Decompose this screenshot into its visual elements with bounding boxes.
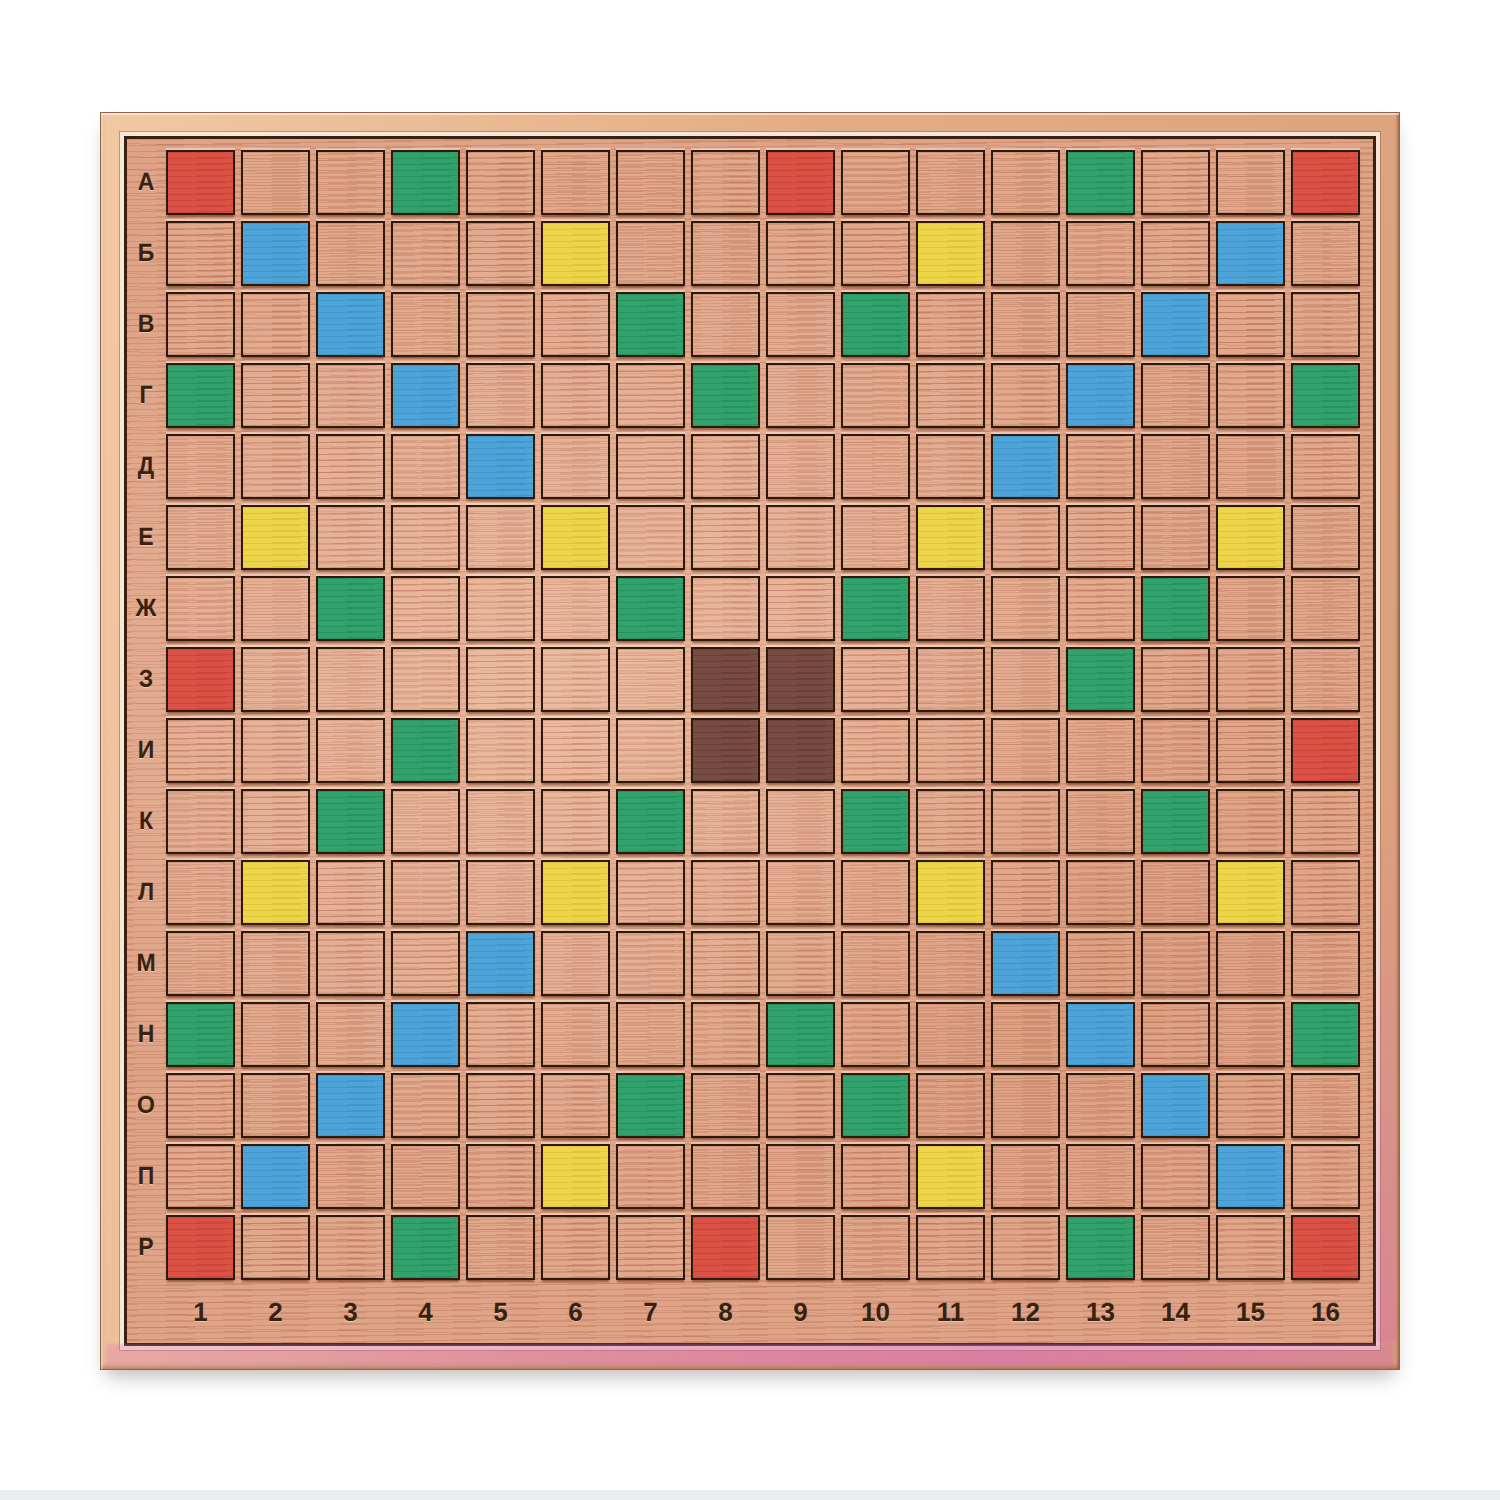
board-cell[interactable] — [1063, 644, 1138, 715]
board-cell[interactable] — [238, 999, 313, 1070]
board-cell[interactable] — [1063, 502, 1138, 573]
board-cell[interactable] — [988, 1141, 1063, 1212]
board-cell[interactable] — [1213, 786, 1288, 857]
board-cell[interactable] — [1213, 289, 1288, 360]
board-cell[interactable] — [688, 928, 763, 999]
plain-square — [766, 292, 835, 357]
board-cell[interactable] — [538, 147, 613, 218]
board-cell[interactable] — [763, 289, 838, 360]
board-cell[interactable] — [838, 857, 913, 928]
board-cell[interactable] — [463, 147, 538, 218]
board-cell[interactable] — [463, 289, 538, 360]
board-cell[interactable] — [163, 502, 238, 573]
board-cell[interactable] — [913, 857, 988, 928]
board-cell[interactable] — [238, 573, 313, 644]
board-cell[interactable] — [538, 715, 613, 786]
board-cell[interactable] — [1138, 1070, 1213, 1141]
board-cell[interactable] — [763, 999, 838, 1070]
board-cell[interactable] — [913, 502, 988, 573]
board-cell[interactable] — [1213, 431, 1288, 502]
board-cell[interactable] — [838, 1070, 913, 1141]
board-cell[interactable] — [763, 573, 838, 644]
plain-square — [766, 434, 835, 499]
board-cell[interactable] — [463, 644, 538, 715]
board-cell[interactable] — [688, 786, 763, 857]
plain-square — [316, 860, 385, 925]
board-cell[interactable] — [163, 644, 238, 715]
board-cell[interactable] — [238, 360, 313, 431]
board-cell[interactable] — [1138, 786, 1213, 857]
board-cell[interactable] — [1288, 1141, 1363, 1212]
board-cell[interactable] — [388, 715, 463, 786]
plain-square — [541, 292, 610, 357]
board-cell[interactable] — [1138, 218, 1213, 289]
premium-square — [391, 150, 460, 215]
board-cell[interactable] — [613, 573, 688, 644]
premium-square — [766, 1002, 835, 1067]
board-cell[interactable] — [388, 289, 463, 360]
board-cell[interactable] — [538, 1212, 613, 1283]
board-cell[interactable] — [238, 1070, 313, 1141]
board-cell[interactable] — [688, 999, 763, 1070]
board-cell[interactable] — [1213, 218, 1288, 289]
board-cell[interactable] — [1063, 289, 1138, 360]
board-cell[interactable] — [538, 218, 613, 289]
board-cell[interactable] — [763, 360, 838, 431]
board-cell[interactable] — [913, 289, 988, 360]
board-cell[interactable] — [838, 502, 913, 573]
board-cell[interactable] — [613, 502, 688, 573]
board-cell[interactable] — [1288, 502, 1363, 573]
board-cell[interactable] — [388, 360, 463, 431]
board-cell[interactable] — [463, 573, 538, 644]
board-cell[interactable] — [1213, 1141, 1288, 1212]
board-cell[interactable] — [1288, 999, 1363, 1070]
plain-square — [991, 718, 1060, 783]
board-cell[interactable] — [1138, 1212, 1213, 1283]
board-cell[interactable] — [688, 573, 763, 644]
plain-square — [991, 221, 1060, 286]
board-cell[interactable] — [688, 1141, 763, 1212]
board-cell[interactable] — [238, 289, 313, 360]
board-cell[interactable] — [163, 573, 238, 644]
board-cell[interactable] — [1213, 715, 1288, 786]
board-cell[interactable] — [538, 1141, 613, 1212]
board-cell[interactable] — [763, 715, 838, 786]
board-cell[interactable] — [913, 431, 988, 502]
board-cell[interactable] — [1213, 502, 1288, 573]
board-cell[interactable] — [763, 147, 838, 218]
board-cell[interactable] — [913, 715, 988, 786]
board-cell[interactable] — [1063, 1141, 1138, 1212]
board-cell[interactable] — [988, 431, 1063, 502]
col-label: 5 — [463, 1283, 538, 1335]
board-cell[interactable] — [313, 1212, 388, 1283]
board-cell[interactable] — [763, 928, 838, 999]
board-cell[interactable] — [913, 1141, 988, 1212]
board-cell[interactable] — [838, 573, 913, 644]
board-cell[interactable] — [313, 360, 388, 431]
row-label: В — [129, 289, 163, 360]
board-cell[interactable] — [763, 218, 838, 289]
board-cell[interactable] — [313, 786, 388, 857]
board-cell[interactable] — [1063, 360, 1138, 431]
board-cell[interactable] — [388, 147, 463, 218]
board-cell[interactable] — [1213, 999, 1288, 1070]
premium-square — [166, 1215, 235, 1280]
board-cell[interactable] — [238, 786, 313, 857]
row-label: О — [129, 1070, 163, 1141]
board-cell[interactable] — [688, 644, 763, 715]
board-cell[interactable] — [838, 644, 913, 715]
board-cell[interactable] — [838, 786, 913, 857]
board-cell[interactable] — [1213, 1212, 1288, 1283]
board-cell[interactable] — [688, 289, 763, 360]
board-cell[interactable] — [163, 1070, 238, 1141]
board-cell[interactable] — [1288, 431, 1363, 502]
board-cell[interactable] — [238, 715, 313, 786]
board-cell[interactable] — [538, 786, 613, 857]
board-cell[interactable] — [1213, 644, 1288, 715]
board-cell[interactable] — [388, 857, 463, 928]
board-cell[interactable] — [238, 431, 313, 502]
board-cell[interactable] — [313, 1070, 388, 1141]
board-cell[interactable] — [238, 1141, 313, 1212]
board-cell[interactable] — [163, 360, 238, 431]
board-cell[interactable] — [988, 502, 1063, 573]
board-cell[interactable] — [613, 360, 688, 431]
board-cell[interactable] — [763, 1141, 838, 1212]
board-cell[interactable] — [763, 1070, 838, 1141]
plain-square — [1291, 1144, 1360, 1209]
plain-square — [166, 789, 235, 854]
board-cell[interactable] — [313, 857, 388, 928]
board-cell[interactable] — [838, 289, 913, 360]
plain-square — [241, 292, 310, 357]
board-cell[interactable] — [1288, 218, 1363, 289]
board-cell[interactable] — [1138, 1141, 1213, 1212]
board-cell[interactable] — [163, 715, 238, 786]
board-cell[interactable] — [763, 1212, 838, 1283]
board-cell[interactable] — [1138, 644, 1213, 715]
row-label: М — [129, 928, 163, 999]
plain-square — [616, 150, 685, 215]
plain-square — [766, 1215, 835, 1280]
board-cell[interactable] — [1063, 218, 1138, 289]
board-cell[interactable] — [313, 289, 388, 360]
board-cell[interactable] — [1288, 715, 1363, 786]
board-cell[interactable] — [463, 715, 538, 786]
board-cell[interactable] — [538, 502, 613, 573]
board-cell[interactable] — [163, 431, 238, 502]
board-cell[interactable] — [538, 573, 613, 644]
plain-square — [241, 1073, 310, 1138]
board-cell[interactable] — [463, 857, 538, 928]
board-cell[interactable] — [913, 1212, 988, 1283]
board-cell[interactable] — [388, 1070, 463, 1141]
board-cell[interactable] — [163, 289, 238, 360]
board-cell[interactable] — [1063, 573, 1138, 644]
board-cell[interactable] — [688, 715, 763, 786]
board-cell[interactable] — [1138, 431, 1213, 502]
board-cell[interactable] — [313, 999, 388, 1070]
row-label: Р — [129, 1212, 163, 1283]
board-cell[interactable] — [688, 1212, 763, 1283]
board-cell[interactable] — [913, 1070, 988, 1141]
board-cell[interactable] — [1138, 573, 1213, 644]
board-cell[interactable] — [763, 502, 838, 573]
board-cell[interactable] — [1063, 431, 1138, 502]
premium-square — [841, 292, 910, 357]
board-cell[interactable] — [688, 431, 763, 502]
board-cell[interactable] — [1288, 928, 1363, 999]
board-cell[interactable] — [1213, 573, 1288, 644]
board-cell[interactable] — [613, 431, 688, 502]
board-cell[interactable] — [238, 218, 313, 289]
board-cell[interactable] — [1063, 715, 1138, 786]
board-cell[interactable] — [613, 147, 688, 218]
board-cell[interactable] — [988, 715, 1063, 786]
board-cell[interactable] — [838, 999, 913, 1070]
board-cell[interactable] — [1063, 857, 1138, 928]
board-cell[interactable] — [538, 289, 613, 360]
board-cell[interactable] — [838, 431, 913, 502]
board-cell[interactable] — [313, 573, 388, 644]
board-cell[interactable] — [838, 1212, 913, 1283]
board-cell[interactable] — [1213, 360, 1288, 431]
board-cell[interactable] — [763, 431, 838, 502]
board-cell[interactable] — [538, 644, 613, 715]
plain-square — [1141, 1144, 1210, 1209]
board-cell[interactable] — [463, 218, 538, 289]
board-cell[interactable] — [913, 360, 988, 431]
board-cell[interactable] — [463, 431, 538, 502]
board-cell[interactable] — [613, 999, 688, 1070]
board-cell[interactable] — [313, 715, 388, 786]
board-cell[interactable] — [463, 999, 538, 1070]
board-cell[interactable] — [763, 857, 838, 928]
board-cell[interactable] — [238, 857, 313, 928]
board-cell[interactable] — [238, 928, 313, 999]
board-cell[interactable] — [388, 218, 463, 289]
board-cell[interactable] — [163, 218, 238, 289]
premium-square — [241, 505, 310, 570]
board-cell[interactable] — [163, 1141, 238, 1212]
board-cell[interactable] — [1138, 928, 1213, 999]
plain-square — [1141, 1002, 1210, 1067]
plain-square — [1066, 221, 1135, 286]
board-cell[interactable] — [613, 644, 688, 715]
board-cell[interactable] — [1288, 644, 1363, 715]
board-cell[interactable] — [538, 360, 613, 431]
board-cell[interactable] — [163, 928, 238, 999]
board-cell[interactable] — [388, 928, 463, 999]
board-cell[interactable] — [913, 218, 988, 289]
board-cell[interactable] — [838, 218, 913, 289]
board-cell[interactable] — [1063, 999, 1138, 1070]
board-cell[interactable] — [988, 644, 1063, 715]
board-cell[interactable] — [838, 715, 913, 786]
board-cell[interactable] — [238, 1212, 313, 1283]
board-cell[interactable] — [613, 715, 688, 786]
board-cell[interactable] — [388, 644, 463, 715]
board-cell[interactable] — [1138, 999, 1213, 1070]
board-cell[interactable] — [613, 1141, 688, 1212]
board-cell[interactable] — [763, 644, 838, 715]
board-cell[interactable] — [913, 786, 988, 857]
board-cell[interactable] — [313, 147, 388, 218]
board-cell[interactable] — [1288, 786, 1363, 857]
board-cell[interactable] — [463, 502, 538, 573]
premium-square — [1066, 1002, 1135, 1067]
board-cell[interactable] — [538, 1070, 613, 1141]
board-cell[interactable] — [313, 644, 388, 715]
board-cell[interactable] — [538, 431, 613, 502]
plain-square — [991, 789, 1060, 854]
board-cell[interactable] — [463, 1141, 538, 1212]
plain-square — [616, 221, 685, 286]
board-cell[interactable] — [163, 1212, 238, 1283]
plain-square — [166, 931, 235, 996]
board-cell[interactable] — [238, 502, 313, 573]
board-cell[interactable] — [463, 786, 538, 857]
board-cell[interactable] — [388, 1212, 463, 1283]
board-cell[interactable] — [838, 147, 913, 218]
plain-square — [166, 292, 235, 357]
board-cell[interactable] — [688, 360, 763, 431]
board-cell[interactable] — [988, 1212, 1063, 1283]
board-cell[interactable] — [463, 360, 538, 431]
board-cell[interactable] — [688, 147, 763, 218]
board-cell[interactable] — [1288, 147, 1363, 218]
plain-square — [391, 576, 460, 641]
board-cell[interactable] — [463, 928, 538, 999]
board-cell[interactable] — [988, 573, 1063, 644]
board-cell[interactable] — [988, 147, 1063, 218]
board-cell[interactable] — [913, 644, 988, 715]
board-cell[interactable] — [913, 928, 988, 999]
board-cell[interactable] — [163, 147, 238, 218]
premium-square — [841, 576, 910, 641]
premium-square — [616, 292, 685, 357]
board-cell[interactable] — [1063, 1212, 1138, 1283]
premium-square — [991, 434, 1060, 499]
board-cell[interactable] — [688, 857, 763, 928]
board-cell[interactable] — [988, 289, 1063, 360]
board-cell[interactable] — [988, 786, 1063, 857]
board-cell[interactable] — [1288, 360, 1363, 431]
premium-square — [1216, 1144, 1285, 1209]
board-cell[interactable] — [313, 431, 388, 502]
board-cell[interactable] — [538, 928, 613, 999]
plain-square — [616, 718, 685, 783]
board-cell[interactable] — [313, 1141, 388, 1212]
board-cell[interactable] — [388, 786, 463, 857]
plain-square — [841, 1215, 910, 1280]
board-cell[interactable] — [613, 218, 688, 289]
board-cell[interactable] — [988, 1070, 1063, 1141]
board-cell[interactable] — [163, 999, 238, 1070]
board-cell[interactable] — [913, 573, 988, 644]
board-cell[interactable] — [838, 360, 913, 431]
board-cell[interactable] — [838, 928, 913, 999]
board-cell[interactable] — [613, 857, 688, 928]
board-cell[interactable] — [613, 1070, 688, 1141]
premium-square — [166, 363, 235, 428]
plain-square — [316, 363, 385, 428]
board-cell[interactable] — [1138, 147, 1213, 218]
board-cell[interactable] — [613, 786, 688, 857]
board-cell[interactable] — [1138, 715, 1213, 786]
plain-square — [841, 860, 910, 925]
board-cell[interactable] — [1213, 1070, 1288, 1141]
board-cell[interactable] — [1288, 857, 1363, 928]
board-cell[interactable] — [988, 928, 1063, 999]
board-cell[interactable] — [1138, 502, 1213, 573]
board-cell[interactable] — [1288, 1212, 1363, 1283]
board-cell[interactable] — [1138, 857, 1213, 928]
board-cell[interactable] — [1213, 928, 1288, 999]
board-cell[interactable] — [1213, 857, 1288, 928]
board-cell[interactable] — [613, 1212, 688, 1283]
board-cell[interactable] — [388, 431, 463, 502]
board-cell[interactable] — [613, 289, 688, 360]
board-cell[interactable] — [1063, 147, 1138, 218]
board-cell[interactable] — [163, 857, 238, 928]
plain-square — [316, 221, 385, 286]
board-cell[interactable] — [688, 1070, 763, 1141]
board-cell[interactable] — [463, 1212, 538, 1283]
board-cell[interactable] — [313, 928, 388, 999]
board-cell[interactable] — [313, 218, 388, 289]
row-label: Л — [129, 857, 163, 928]
board-cell[interactable] — [538, 857, 613, 928]
board-cell[interactable] — [1063, 928, 1138, 999]
board-cell[interactable] — [538, 999, 613, 1070]
board-cell[interactable] — [913, 147, 988, 218]
board-cell[interactable] — [988, 857, 1063, 928]
board-cell[interactable] — [1288, 573, 1363, 644]
plain-square — [466, 789, 535, 854]
board-cell[interactable] — [1213, 147, 1288, 218]
board-cell[interactable] — [163, 786, 238, 857]
board-cell[interactable] — [463, 1070, 538, 1141]
board-cell[interactable] — [1138, 360, 1213, 431]
board-cell[interactable] — [988, 999, 1063, 1070]
board-cell[interactable] — [838, 1141, 913, 1212]
board-cell[interactable] — [1063, 1070, 1138, 1141]
board-cell[interactable] — [613, 928, 688, 999]
board-cell[interactable] — [388, 573, 463, 644]
board-cell[interactable] — [1063, 786, 1138, 857]
board-cell[interactable] — [988, 218, 1063, 289]
board-cell[interactable] — [388, 1141, 463, 1212]
board-cell[interactable] — [763, 786, 838, 857]
board-cell[interactable] — [1138, 289, 1213, 360]
board-cell[interactable] — [1288, 289, 1363, 360]
board-cell[interactable] — [688, 502, 763, 573]
board-cell[interactable] — [238, 644, 313, 715]
board-cell[interactable] — [988, 360, 1063, 431]
plain-square — [916, 363, 985, 428]
board-cell[interactable] — [313, 502, 388, 573]
board-cell[interactable] — [388, 502, 463, 573]
board-cell[interactable] — [913, 999, 988, 1070]
board-cell[interactable] — [688, 218, 763, 289]
board-cell[interactable] — [388, 999, 463, 1070]
board-cell[interactable] — [1288, 1070, 1363, 1141]
board-cell[interactable] — [238, 147, 313, 218]
